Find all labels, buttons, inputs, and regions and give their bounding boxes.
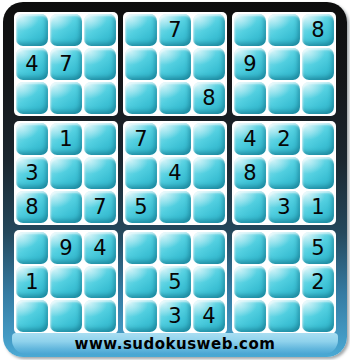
cell-r2c2[interactable]: 7 <box>50 48 82 80</box>
cell-r2c4[interactable] <box>125 48 157 80</box>
footer-site-label: www.sudokusweb.com <box>75 335 276 353</box>
cell-r7c8[interactable] <box>268 232 300 264</box>
cell-r6c9[interactable]: 1 <box>302 191 334 223</box>
sudoku-box-8: 534 <box>123 230 227 334</box>
cell-r2c5[interactable] <box>159 48 191 80</box>
cell-r7c5[interactable] <box>159 232 191 264</box>
cell-r5c1[interactable]: 3 <box>16 157 48 189</box>
cell-r7c4[interactable] <box>125 232 157 264</box>
cell-r8c8[interactable] <box>268 266 300 298</box>
sudoku-box-3: 89 <box>232 12 336 116</box>
cell-r9c6[interactable]: 4 <box>193 300 225 332</box>
cell-r5c2[interactable] <box>50 157 82 189</box>
sudoku-box-4: 1387 <box>14 121 118 225</box>
sudoku-box-7: 941 <box>14 230 118 334</box>
cell-r3c7[interactable] <box>234 82 266 114</box>
cell-r1c8[interactable] <box>268 14 300 46</box>
cell-r1c3[interactable] <box>84 14 116 46</box>
cell-r3c8[interactable] <box>268 82 300 114</box>
cell-r7c7[interactable] <box>234 232 266 264</box>
cell-r8c7[interactable] <box>234 266 266 298</box>
sudoku-box-9: 52 <box>232 230 336 334</box>
cell-r9c1[interactable] <box>16 300 48 332</box>
cell-r9c4[interactable] <box>125 300 157 332</box>
cell-r9c2[interactable] <box>50 300 82 332</box>
cell-r5c5[interactable]: 4 <box>159 157 191 189</box>
sudoku-board-frame: 47788913877454283194153452 www.sudokuswe… <box>3 2 347 357</box>
cell-r7c9[interactable]: 5 <box>302 232 334 264</box>
page: 47788913877454283194153452 www.sudokuswe… <box>0 0 350 360</box>
cell-r1c9[interactable]: 8 <box>302 14 334 46</box>
sudoku-board: 47788913877454283194153452 <box>14 12 336 334</box>
cell-r9c9[interactable] <box>302 300 334 332</box>
cell-r5c3[interactable] <box>84 157 116 189</box>
cell-r4c7[interactable]: 4 <box>234 123 266 155</box>
cell-r4c4[interactable]: 7 <box>125 123 157 155</box>
cell-r1c6[interactable] <box>193 14 225 46</box>
cell-r8c6[interactable] <box>193 266 225 298</box>
cell-r3c4[interactable] <box>125 82 157 114</box>
cell-r6c7[interactable] <box>234 191 266 223</box>
cell-r6c4[interactable]: 5 <box>125 191 157 223</box>
cell-r3c6[interactable]: 8 <box>193 82 225 114</box>
cell-r5c4[interactable] <box>125 157 157 189</box>
cell-r7c6[interactable] <box>193 232 225 264</box>
cell-r5c9[interactable] <box>302 157 334 189</box>
cell-r2c9[interactable] <box>302 48 334 80</box>
cell-r9c3[interactable] <box>84 300 116 332</box>
cell-r2c7[interactable]: 9 <box>234 48 266 80</box>
cell-r4c9[interactable] <box>302 123 334 155</box>
cell-r8c3[interactable] <box>84 266 116 298</box>
cell-r6c6[interactable] <box>193 191 225 223</box>
cell-r5c7[interactable]: 8 <box>234 157 266 189</box>
cell-r9c7[interactable] <box>234 300 266 332</box>
cell-r8c1[interactable]: 1 <box>16 266 48 298</box>
cell-r8c5[interactable]: 5 <box>159 266 191 298</box>
cell-r9c8[interactable] <box>268 300 300 332</box>
cell-r2c1[interactable]: 4 <box>16 48 48 80</box>
sudoku-box-5: 745 <box>123 121 227 225</box>
cell-r4c5[interactable] <box>159 123 191 155</box>
cell-r5c6[interactable] <box>193 157 225 189</box>
cell-r4c8[interactable]: 2 <box>268 123 300 155</box>
cell-r1c7[interactable] <box>234 14 266 46</box>
cell-r6c8[interactable]: 3 <box>268 191 300 223</box>
cell-r1c2[interactable] <box>50 14 82 46</box>
cell-r4c3[interactable] <box>84 123 116 155</box>
sudoku-box-2: 78 <box>123 12 227 116</box>
cell-r7c3[interactable]: 4 <box>84 232 116 264</box>
cell-r6c2[interactable] <box>50 191 82 223</box>
cell-r3c9[interactable] <box>302 82 334 114</box>
cell-r8c9[interactable]: 2 <box>302 266 334 298</box>
cell-r2c6[interactable] <box>193 48 225 80</box>
cell-r3c3[interactable] <box>84 82 116 114</box>
sudoku-box-6: 42831 <box>232 121 336 225</box>
sudoku-box-1: 47 <box>14 12 118 116</box>
cell-r1c1[interactable] <box>16 14 48 46</box>
cell-r7c1[interactable] <box>16 232 48 264</box>
cell-r2c3[interactable] <box>84 48 116 80</box>
cell-r6c5[interactable] <box>159 191 191 223</box>
cell-r2c8[interactable] <box>268 48 300 80</box>
cell-r6c1[interactable]: 8 <box>16 191 48 223</box>
cell-r3c2[interactable] <box>50 82 82 114</box>
cell-r1c5[interactable]: 7 <box>159 14 191 46</box>
cell-r8c2[interactable] <box>50 266 82 298</box>
cell-r5c8[interactable] <box>268 157 300 189</box>
cell-r4c2[interactable]: 1 <box>50 123 82 155</box>
cell-r4c1[interactable] <box>16 123 48 155</box>
cell-r3c5[interactable] <box>159 82 191 114</box>
footer-band: www.sudokusweb.com <box>12 333 338 354</box>
cell-r7c2[interactable]: 9 <box>50 232 82 264</box>
cell-r6c3[interactable]: 7 <box>84 191 116 223</box>
cell-r9c5[interactable]: 3 <box>159 300 191 332</box>
cell-r1c4[interactable] <box>125 14 157 46</box>
cell-r3c1[interactable] <box>16 82 48 114</box>
cell-r8c4[interactable] <box>125 266 157 298</box>
cell-r4c6[interactable] <box>193 123 225 155</box>
